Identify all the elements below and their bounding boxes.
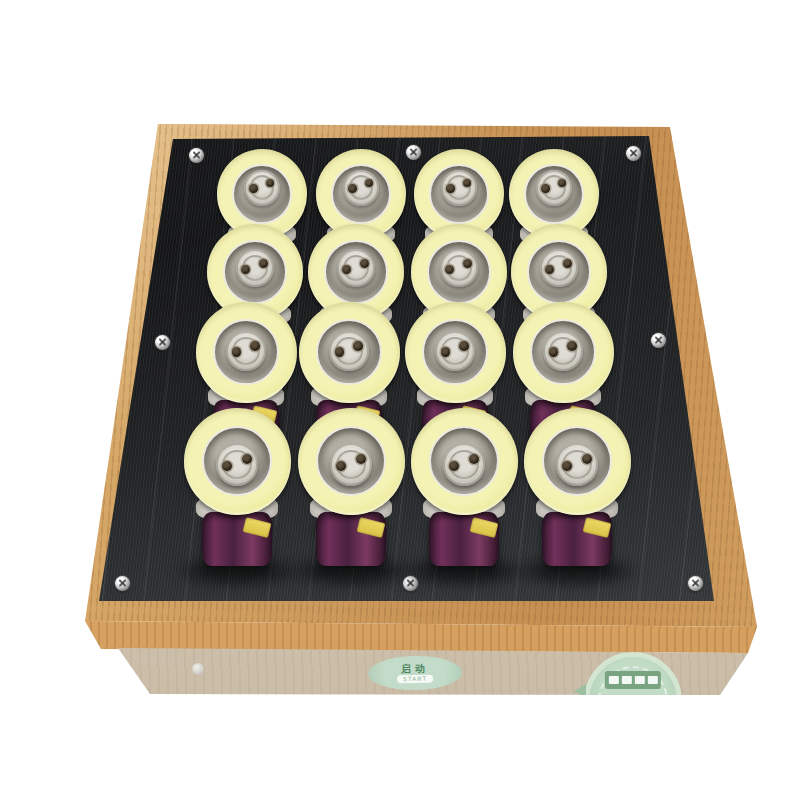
socket-pin-hole [336,461,346,471]
socket [184,408,291,579]
socket-label-tag [582,517,611,538]
start-sticker-cn-text: 启动 [401,663,429,673]
socket-body [429,512,500,566]
socket-pin-hole [469,454,479,464]
socket-cup [343,170,379,206]
socket-pin-hole [562,461,572,471]
socket-pin-hole [241,265,250,274]
socket-pin-hole [545,265,554,274]
socket-cavity [232,164,292,224]
socket-cup [556,443,599,486]
socket-pin-hole [445,265,454,274]
socket-cup [337,249,375,287]
socket-cup [443,443,486,486]
socket-cup [540,249,578,287]
socket-cup [330,443,373,486]
socket-cup [441,170,477,206]
socket-ring [513,302,614,403]
socket-ring [405,302,506,403]
socket-cup [536,170,572,206]
socket-pin-hole [232,347,242,357]
socket-label-tag [469,517,498,538]
screw [115,576,130,591]
socket-ring [184,408,291,515]
socket-cavity [527,240,591,304]
socket-ring [299,302,400,403]
socket-body [316,512,387,566]
socket-ring [298,408,405,515]
socket-pin-hole [360,259,369,268]
socket-cavity [316,426,386,496]
socket-cup [329,331,369,371]
socket-pin-hole [558,179,567,188]
socket-pin-hole [266,179,275,188]
socket-pin-hole [582,454,592,464]
socket-pin-hole [459,341,469,351]
socket-cup [244,170,280,206]
socket-cavity [542,426,612,496]
socket-pin-hole [549,347,559,357]
socket-cup [440,249,478,287]
socket-label-tag [356,517,385,538]
screw [651,333,666,348]
socket-pin-hole [250,341,260,351]
socket-pin-hole [242,454,252,464]
socket-cavity [202,426,272,496]
socket-pin-hole [463,259,472,268]
socket-pin-hole [353,341,363,351]
socket-ring [411,408,518,515]
start-sticker: 启动 START [368,655,463,691]
socket-pin-hole [348,184,357,193]
socket-cup [543,331,583,371]
socket-ring [196,302,297,403]
socket-cavity [429,426,499,496]
socket-pin-hole [563,259,572,268]
socket-cavity [530,319,597,386]
socket-cavity [331,164,391,224]
socket-pin-hole [356,454,366,464]
socket [298,408,405,579]
socket-cavity [422,319,489,386]
socket-pin-hole [335,347,345,357]
socket-ring [524,408,631,515]
product-photo: 启动 START [0,0,800,800]
socket-body [202,512,273,566]
start-sticker-en-text: START [397,674,433,683]
socket-pin-hole [446,184,455,193]
socket-pin-hole [441,347,451,357]
socket-pin-hole [259,259,268,268]
socket-pin-hole [249,184,258,193]
socket-pin-hole [222,461,232,471]
socket-cup [226,331,266,371]
socket-body [542,512,613,566]
socket-cavity [223,240,287,304]
socket-cavity [316,319,383,386]
screw [626,146,641,161]
socket-cavity [213,319,280,386]
socket-cup [216,443,259,486]
socket-pin-hole [365,179,374,188]
socket-cavity [427,240,491,304]
socket-pin-hole [449,461,459,471]
front-metal-dot [192,663,204,675]
socket-cavity [429,164,489,224]
socket-cup [435,331,475,371]
socket-cavity [524,164,584,224]
screw [189,148,204,163]
socket-pin-hole [342,265,351,274]
screw [155,335,170,350]
badge-emblem-icon [605,671,661,689]
socket-cavity [324,240,388,304]
socket-pin-hole [541,184,550,193]
screw [688,576,703,591]
socket-pin-hole [567,341,577,351]
socket [411,408,518,579]
socket-label-tag [242,517,271,538]
socket [524,408,631,579]
socket-pin-hole [463,179,472,188]
socket-cup [236,249,274,287]
